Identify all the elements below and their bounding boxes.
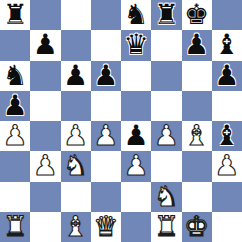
square-f1[interactable]: ♜	[151, 212, 181, 242]
black-knight-e8[interactable]: ♞	[124, 0, 149, 30]
square-a4[interactable]: ♟	[0, 121, 30, 151]
square-a2[interactable]	[0, 182, 30, 212]
white-knight-f2[interactable]: ♞	[154, 182, 179, 212]
white-knight-c3[interactable]: ♞	[63, 151, 88, 181]
white-pawn-f4[interactable]: ♟	[154, 121, 179, 151]
square-c4[interactable]: ♟	[61, 121, 91, 151]
square-c3[interactable]: ♞	[61, 151, 91, 181]
square-g5[interactable]	[182, 91, 212, 121]
square-h2[interactable]	[212, 182, 242, 212]
white-queen-d1[interactable]: ♛	[93, 212, 118, 242]
square-d2[interactable]	[91, 182, 121, 212]
square-d4[interactable]: ♟	[91, 121, 121, 151]
square-f3[interactable]	[151, 151, 181, 181]
square-f4[interactable]: ♟	[151, 121, 181, 151]
black-queen-e7[interactable]: ♛	[124, 30, 149, 60]
square-a3[interactable]	[0, 151, 30, 181]
white-pawn-d4[interactable]: ♟	[93, 121, 118, 151]
square-c8[interactable]	[61, 0, 91, 30]
square-a1[interactable]: ♜	[0, 212, 30, 242]
black-bishop-h7[interactable]: ♝	[214, 30, 239, 60]
square-g8[interactable]: ♚	[182, 0, 212, 30]
square-f2[interactable]: ♞	[151, 182, 181, 212]
square-d7[interactable]	[91, 30, 121, 60]
white-bishop-g4[interactable]: ♝	[184, 121, 209, 151]
square-g7[interactable]: ♟	[182, 30, 212, 60]
square-e2[interactable]	[121, 182, 151, 212]
black-pawn-g7[interactable]: ♟	[184, 30, 209, 60]
square-h8[interactable]	[212, 0, 242, 30]
square-e3[interactable]: ♟	[121, 151, 151, 181]
white-rook-a1[interactable]: ♜	[3, 212, 28, 242]
square-f7[interactable]	[151, 30, 181, 60]
square-f5[interactable]	[151, 91, 181, 121]
square-g2[interactable]	[182, 182, 212, 212]
square-b7[interactable]: ♟	[30, 30, 60, 60]
white-pawn-h3[interactable]: ♟	[214, 151, 239, 181]
square-h1[interactable]	[212, 212, 242, 242]
square-d5[interactable]	[91, 91, 121, 121]
square-e4[interactable]: ♟	[121, 121, 151, 151]
black-king-g8[interactable]: ♚	[184, 0, 209, 30]
black-pawn-d6[interactable]: ♟	[93, 61, 118, 91]
square-g1[interactable]: ♚	[182, 212, 212, 242]
square-b8[interactable]	[30, 0, 60, 30]
square-g4[interactable]: ♝	[182, 121, 212, 151]
black-rook-a8[interactable]: ♜	[3, 0, 28, 30]
square-d8[interactable]	[91, 0, 121, 30]
white-pawn-e3[interactable]: ♟	[124, 151, 149, 181]
white-pawn-c4[interactable]: ♟	[63, 121, 88, 151]
square-a6[interactable]: ♞	[0, 61, 30, 91]
square-e7[interactable]: ♛	[121, 30, 151, 60]
square-h4[interactable]: ♝	[212, 121, 242, 151]
square-a8[interactable]: ♜	[0, 0, 30, 30]
square-a5[interactable]: ♟	[0, 91, 30, 121]
square-g6[interactable]	[182, 61, 212, 91]
white-bishop-c1[interactable]: ♝	[63, 212, 88, 242]
square-d6[interactable]: ♟	[91, 61, 121, 91]
square-h7[interactable]: ♝	[212, 30, 242, 60]
black-pawn-b7[interactable]: ♟	[33, 30, 58, 60]
square-e6[interactable]	[121, 61, 151, 91]
black-pawn-a5[interactable]: ♟	[3, 91, 28, 121]
black-pawn-h6[interactable]: ♟	[214, 61, 239, 91]
square-c5[interactable]	[61, 91, 91, 121]
white-pawn-b3[interactable]: ♟	[33, 151, 58, 181]
square-a7[interactable]	[0, 30, 30, 60]
square-b5[interactable]	[30, 91, 60, 121]
square-b3[interactable]: ♟	[30, 151, 60, 181]
square-e8[interactable]: ♞	[121, 0, 151, 30]
square-b1[interactable]	[30, 212, 60, 242]
square-b2[interactable]	[30, 182, 60, 212]
square-d3[interactable]	[91, 151, 121, 181]
square-h5[interactable]	[212, 91, 242, 121]
square-c7[interactable]	[61, 30, 91, 60]
square-f8[interactable]: ♜	[151, 0, 181, 30]
white-rook-f1[interactable]: ♜	[154, 212, 179, 242]
square-g3[interactable]	[182, 151, 212, 181]
square-b4[interactable]	[30, 121, 60, 151]
square-f6[interactable]	[151, 61, 181, 91]
square-b6[interactable]	[30, 61, 60, 91]
black-bishop-h4[interactable]: ♝	[214, 121, 239, 151]
chess-board: ♜♞♜♚♟♛♟♝♞♟♟♟♟♟♟♟♟♟♝♝♟♞♟♟♞♜♝♛♜♚	[0, 0, 242, 242]
square-d1[interactable]: ♛	[91, 212, 121, 242]
square-c2[interactable]	[61, 182, 91, 212]
white-pawn-a4[interactable]: ♟	[3, 121, 28, 151]
black-knight-a6[interactable]: ♞	[3, 61, 28, 91]
square-e1[interactable]	[121, 212, 151, 242]
square-e5[interactable]	[121, 91, 151, 121]
black-rook-f8[interactable]: ♜	[154, 0, 179, 30]
square-c6[interactable]: ♟	[61, 61, 91, 91]
square-h3[interactable]: ♟	[212, 151, 242, 181]
square-h6[interactable]: ♟	[212, 61, 242, 91]
black-pawn-e4[interactable]: ♟	[124, 121, 149, 151]
white-king-g1[interactable]: ♚	[184, 212, 209, 242]
square-c1[interactable]: ♝	[61, 212, 91, 242]
black-pawn-c6[interactable]: ♟	[63, 61, 88, 91]
